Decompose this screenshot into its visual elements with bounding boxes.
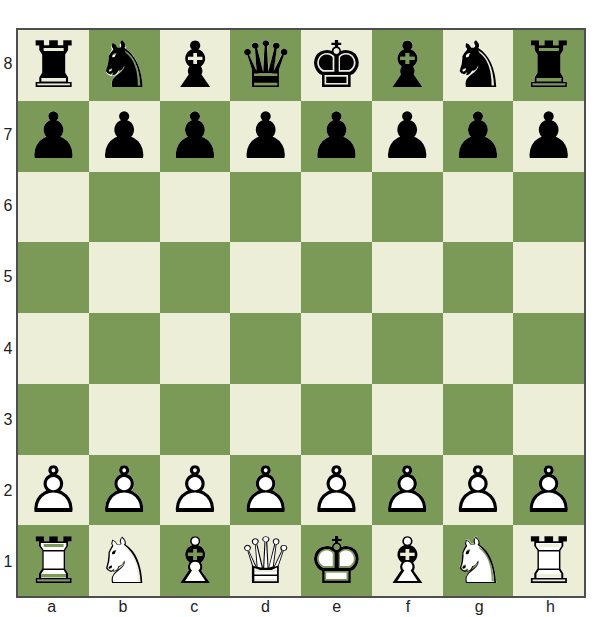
square-h1[interactable]: ♜♖ <box>513 525 584 596</box>
square-a5[interactable] <box>18 242 89 313</box>
piece-glyph: ♝ <box>160 30 231 101</box>
square-c1[interactable]: ♝♗ <box>160 525 231 596</box>
rank-labels: 87654321 <box>0 28 16 598</box>
piece-glyph-underlay: ♘ <box>89 30 160 101</box>
piece-glyph: ♙ <box>301 455 372 526</box>
square-e6[interactable] <box>301 172 372 243</box>
square-f5[interactable] <box>372 242 443 313</box>
square-b1[interactable]: ♞♘ <box>89 525 160 596</box>
piece-glyph: ♕ <box>230 525 301 596</box>
piece-glyph-underlay: ♟ <box>443 455 514 526</box>
piece-glyph-underlay: ♛ <box>230 525 301 596</box>
piece-glyph-underlay: ♜ <box>18 525 89 596</box>
square-g6[interactable] <box>443 172 514 243</box>
rank-label-4: 4 <box>0 313 16 384</box>
rank-label-5: 5 <box>0 242 16 313</box>
file-label-b: b <box>87 598 158 615</box>
file-label-d: d <box>230 598 301 615</box>
piece-glyph: ♖ <box>513 525 584 596</box>
square-d3[interactable] <box>230 384 301 455</box>
piece-glyph: ♟ <box>301 101 372 172</box>
square-d2[interactable]: ♟♙ <box>230 455 301 526</box>
piece-glyph: ♟ <box>230 101 301 172</box>
square-e5[interactable] <box>301 242 372 313</box>
square-g3[interactable] <box>443 384 514 455</box>
square-g7[interactable]: ♙♟ <box>443 101 514 172</box>
square-c3[interactable] <box>160 384 231 455</box>
file-label-a: a <box>16 598 87 615</box>
square-f8[interactable]: ♗♝ <box>372 30 443 101</box>
piece-glyph-underlay: ♙ <box>372 101 443 172</box>
black-pawn-f7[interactable]: ♙♟ <box>372 101 443 172</box>
white-pawn-d2[interactable]: ♟♙ <box>230 455 301 526</box>
black-pawn-e7[interactable]: ♙♟ <box>301 101 372 172</box>
piece-glyph-underlay: ♟ <box>230 455 301 526</box>
piece-glyph-underlay: ♟ <box>89 455 160 526</box>
piece-glyph-underlay: ♙ <box>89 101 160 172</box>
square-a4[interactable] <box>18 313 89 384</box>
square-h2[interactable]: ♟♙ <box>513 455 584 526</box>
piece-glyph: ♞ <box>443 30 514 101</box>
square-c4[interactable] <box>160 313 231 384</box>
white-pawn-b2[interactable]: ♟♙ <box>89 455 160 526</box>
piece-glyph-underlay: ♟ <box>301 455 372 526</box>
black-pawn-h7[interactable]: ♙♟ <box>513 101 584 172</box>
piece-glyph: ♙ <box>89 455 160 526</box>
piece-glyph-underlay: ♙ <box>230 101 301 172</box>
square-a8[interactable]: ♖♜ <box>18 30 89 101</box>
piece-glyph: ♜ <box>18 30 89 101</box>
piece-glyph: ♘ <box>89 525 160 596</box>
piece-glyph-underlay: ♝ <box>160 525 231 596</box>
white-pawn-f2[interactable]: ♟♙ <box>372 455 443 526</box>
white-pawn-c2[interactable]: ♟♙ <box>160 455 231 526</box>
file-label-g: g <box>444 598 515 615</box>
square-b3[interactable] <box>89 384 160 455</box>
square-d8[interactable]: ♕♛ <box>230 30 301 101</box>
square-h6[interactable] <box>513 172 584 243</box>
white-king-e1[interactable]: ♚♔ <box>301 525 372 596</box>
piece-glyph: ♙ <box>513 455 584 526</box>
black-rook-h8[interactable]: ♖♜ <box>513 30 584 101</box>
piece-glyph-underlay: ♗ <box>372 30 443 101</box>
piece-glyph-underlay: ♟ <box>160 455 231 526</box>
piece-glyph-underlay: ♙ <box>18 101 89 172</box>
rank-label-1: 1 <box>0 527 16 598</box>
square-g5[interactable] <box>443 242 514 313</box>
rank-label-7: 7 <box>0 99 16 170</box>
square-b8[interactable]: ♘♞ <box>89 30 160 101</box>
square-f3[interactable] <box>372 384 443 455</box>
black-queen-d8[interactable]: ♕♛ <box>230 30 301 101</box>
square-b5[interactable] <box>89 242 160 313</box>
piece-glyph: ♙ <box>230 455 301 526</box>
black-king-e8[interactable]: ♔♚ <box>301 30 372 101</box>
square-h3[interactable] <box>513 384 584 455</box>
piece-glyph: ♔ <box>301 525 372 596</box>
piece-glyph: ♘ <box>443 525 514 596</box>
piece-glyph: ♙ <box>160 455 231 526</box>
square-e7[interactable]: ♙♟ <box>301 101 372 172</box>
white-pawn-e2[interactable]: ♟♙ <box>301 455 372 526</box>
white-pawn-h2[interactable]: ♟♙ <box>513 455 584 526</box>
square-a7[interactable]: ♙♟ <box>18 101 89 172</box>
piece-glyph-underlay: ♖ <box>18 30 89 101</box>
piece-glyph-underlay: ♚ <box>301 525 372 596</box>
piece-glyph: ♚ <box>301 30 372 101</box>
file-label-e: e <box>301 598 372 615</box>
piece-glyph: ♛ <box>230 30 301 101</box>
black-knight-b8[interactable]: ♘♞ <box>89 30 160 101</box>
square-a2[interactable]: ♟♙ <box>18 455 89 526</box>
piece-glyph-underlay: ♝ <box>372 525 443 596</box>
piece-glyph: ♟ <box>372 101 443 172</box>
white-rook-h1[interactable]: ♜♖ <box>513 525 584 596</box>
rank-label-2: 2 <box>0 456 16 527</box>
square-f1[interactable]: ♝♗ <box>372 525 443 596</box>
rank-label-3: 3 <box>0 384 16 455</box>
piece-glyph: ♞ <box>89 30 160 101</box>
square-d5[interactable] <box>230 242 301 313</box>
file-label-c: c <box>159 598 230 615</box>
square-g2[interactable]: ♟♙ <box>443 455 514 526</box>
file-label-f: f <box>372 598 443 615</box>
square-e2[interactable]: ♟♙ <box>301 455 372 526</box>
piece-glyph-underlay: ♟ <box>513 455 584 526</box>
square-e3[interactable] <box>301 384 372 455</box>
square-d1[interactable]: ♛♕ <box>230 525 301 596</box>
square-e1[interactable]: ♚♔ <box>301 525 372 596</box>
square-d4[interactable] <box>230 313 301 384</box>
piece-glyph: ♟ <box>18 101 89 172</box>
piece-glyph: ♝ <box>372 30 443 101</box>
black-knight-g8[interactable]: ♘♞ <box>443 30 514 101</box>
piece-glyph: ♙ <box>443 455 514 526</box>
piece-glyph-underlay: ♞ <box>443 525 514 596</box>
piece-glyph: ♟ <box>513 101 584 172</box>
chess-board: ♖♜♘♞♗♝♕♛♔♚♗♝♘♞♖♜♙♟♙♟♙♟♙♟♙♟♙♟♙♟♙♟♟♙♟♙♟♙♟♙… <box>16 28 586 598</box>
rank-label-6: 6 <box>0 171 16 242</box>
black-bishop-f8[interactable]: ♗♝ <box>372 30 443 101</box>
piece-glyph: ♟ <box>160 101 231 172</box>
white-pawn-g2[interactable]: ♟♙ <box>443 455 514 526</box>
black-pawn-c7[interactable]: ♙♟ <box>160 101 231 172</box>
square-h5[interactable] <box>513 242 584 313</box>
square-a6[interactable] <box>18 172 89 243</box>
square-a1[interactable]: ♜♖ <box>18 525 89 596</box>
white-queen-d1[interactable]: ♛♕ <box>230 525 301 596</box>
white-pawn-a2[interactable]: ♟♙ <box>18 455 89 526</box>
square-h4[interactable] <box>513 313 584 384</box>
square-c5[interactable] <box>160 242 231 313</box>
piece-glyph-underlay: ♘ <box>443 30 514 101</box>
square-c6[interactable] <box>160 172 231 243</box>
piece-glyph-underlay: ♙ <box>160 101 231 172</box>
black-pawn-a7[interactable]: ♙♟ <box>18 101 89 172</box>
square-f7[interactable]: ♙♟ <box>372 101 443 172</box>
square-h7[interactable]: ♙♟ <box>513 101 584 172</box>
piece-glyph-underlay: ♞ <box>89 525 160 596</box>
square-g1[interactable]: ♞♘ <box>443 525 514 596</box>
piece-glyph-underlay: ♕ <box>230 30 301 101</box>
file-label-h: h <box>515 598 586 615</box>
black-pawn-g7[interactable]: ♙♟ <box>443 101 514 172</box>
square-d7[interactable]: ♙♟ <box>230 101 301 172</box>
square-g8[interactable]: ♘♞ <box>443 30 514 101</box>
piece-glyph: ♙ <box>372 455 443 526</box>
piece-glyph-underlay: ♙ <box>443 101 514 172</box>
piece-glyph: ♗ <box>160 525 231 596</box>
rank-label-8: 8 <box>0 28 16 99</box>
square-c8[interactable]: ♗♝ <box>160 30 231 101</box>
square-c7[interactable]: ♙♟ <box>160 101 231 172</box>
piece-glyph-underlay: ♗ <box>160 30 231 101</box>
white-rook-a1[interactable]: ♜♖ <box>18 525 89 596</box>
file-labels: abcdefgh <box>16 598 586 615</box>
page-background: 87654321 ♖♜♘♞♗♝♕♛♔♚♗♝♘♞♖♜♙♟♙♟♙♟♙♟♙♟♙♟♙♟♙… <box>0 0 600 617</box>
square-g4[interactable] <box>443 313 514 384</box>
piece-glyph: ♗ <box>372 525 443 596</box>
black-pawn-d7[interactable]: ♙♟ <box>230 101 301 172</box>
black-rook-a8[interactable]: ♖♜ <box>18 30 89 101</box>
piece-glyph: ♖ <box>18 525 89 596</box>
square-h8[interactable]: ♖♜ <box>513 30 584 101</box>
white-knight-b1[interactable]: ♞♘ <box>89 525 160 596</box>
piece-glyph: ♟ <box>89 101 160 172</box>
piece-glyph-underlay: ♟ <box>372 455 443 526</box>
square-b6[interactable] <box>89 172 160 243</box>
white-bishop-f1[interactable]: ♝♗ <box>372 525 443 596</box>
square-e8[interactable]: ♔♚ <box>301 30 372 101</box>
piece-glyph: ♜ <box>513 30 584 101</box>
piece-glyph-underlay: ♟ <box>18 455 89 526</box>
piece-glyph-underlay: ♖ <box>513 30 584 101</box>
square-c2[interactable]: ♟♙ <box>160 455 231 526</box>
square-e4[interactable] <box>301 313 372 384</box>
piece-glyph-underlay: ♜ <box>513 525 584 596</box>
piece-glyph-underlay: ♔ <box>301 30 372 101</box>
white-bishop-c1[interactable]: ♝♗ <box>160 525 231 596</box>
square-a3[interactable] <box>18 384 89 455</box>
piece-glyph-underlay: ♙ <box>513 101 584 172</box>
square-b4[interactable] <box>89 313 160 384</box>
white-knight-g1[interactable]: ♞♘ <box>443 525 514 596</box>
black-bishop-c8[interactable]: ♗♝ <box>160 30 231 101</box>
black-pawn-b7[interactable]: ♙♟ <box>89 101 160 172</box>
square-b2[interactable]: ♟♙ <box>89 455 160 526</box>
square-f4[interactable] <box>372 313 443 384</box>
square-f2[interactable]: ♟♙ <box>372 455 443 526</box>
square-f6[interactable] <box>372 172 443 243</box>
square-d6[interactable] <box>230 172 301 243</box>
piece-glyph: ♙ <box>18 455 89 526</box>
piece-glyph-underlay: ♙ <box>301 101 372 172</box>
square-b7[interactable]: ♙♟ <box>89 101 160 172</box>
piece-glyph: ♟ <box>443 101 514 172</box>
